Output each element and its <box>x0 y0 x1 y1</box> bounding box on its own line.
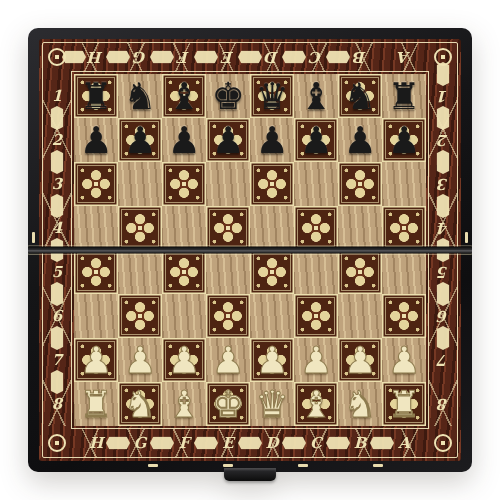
square-f4[interactable] <box>162 206 206 250</box>
square-h3[interactable] <box>74 162 118 206</box>
square-d6[interactable] <box>250 294 294 338</box>
black-bishop: ♝ <box>162 74 206 118</box>
black-pawn: ♟ <box>382 118 426 162</box>
square-a6[interactable] <box>382 294 426 338</box>
rank-label: 6 <box>429 294 457 338</box>
square-d7[interactable]: ♟ <box>250 338 294 382</box>
square-b3[interactable] <box>338 162 382 206</box>
corner-ring-icon <box>434 48 452 66</box>
square-c6[interactable] <box>294 294 338 338</box>
square-g2[interactable]: ♟ <box>118 118 162 162</box>
rank-label: 4 <box>429 206 457 250</box>
square-h6[interactable] <box>74 294 118 338</box>
file-label: F <box>162 429 206 457</box>
square-e7[interactable]: ♟ <box>206 338 250 382</box>
square-g7[interactable]: ♟ <box>118 338 162 382</box>
square-d2[interactable]: ♟ <box>250 118 294 162</box>
square-a7[interactable]: ♟ <box>382 338 426 382</box>
square-f2[interactable]: ♟ <box>162 118 206 162</box>
square-h2[interactable]: ♟ <box>74 118 118 162</box>
black-knight: ♞ <box>118 74 162 118</box>
white-pawn: ♟ <box>382 338 426 382</box>
rank-label: 8 <box>429 382 457 426</box>
rank-label: 1 <box>429 74 457 118</box>
black-pawn: ♟ <box>74 118 118 162</box>
file-label: F <box>162 43 206 71</box>
square-e8[interactable]: ♚ <box>206 382 250 426</box>
square-e3[interactable] <box>206 162 250 206</box>
square-b8[interactable]: ♞ <box>338 382 382 426</box>
board-face: HGFEDCBA HGFEDCBA 12345678 12345678 ♜♞♝♚… <box>39 39 461 461</box>
square-g5[interactable] <box>118 250 162 294</box>
white-pawn: ♟ <box>250 338 294 382</box>
square-b1[interactable]: ♞ <box>338 74 382 118</box>
hinge-knuckle <box>32 232 35 243</box>
square-b2[interactable]: ♟ <box>338 118 382 162</box>
rank-label: 5 <box>43 250 71 294</box>
file-labels-top: HGFEDCBA <box>74 43 426 71</box>
file-label: B <box>338 43 382 71</box>
rank-label: 5 <box>429 250 457 294</box>
square-g3[interactable] <box>118 162 162 206</box>
square-c5[interactable] <box>294 250 338 294</box>
white-pawn: ♟ <box>338 338 382 382</box>
square-a4[interactable] <box>382 206 426 250</box>
product-photo-canvas: HGFEDCBA HGFEDCBA 12345678 12345678 ♜♞♝♚… <box>0 0 500 500</box>
white-queen: ♛ <box>250 382 294 426</box>
white-pawn: ♟ <box>74 338 118 382</box>
square-g4[interactable] <box>118 206 162 250</box>
white-rook: ♜ <box>382 382 426 426</box>
square-a3[interactable] <box>382 162 426 206</box>
black-knight: ♞ <box>338 74 382 118</box>
square-f7[interactable]: ♟ <box>162 338 206 382</box>
rank-label: 1 <box>43 74 71 118</box>
square-c1[interactable]: ♝ <box>294 74 338 118</box>
white-bishop: ♝ <box>162 382 206 426</box>
rank-label: 2 <box>429 118 457 162</box>
file-label: D <box>250 43 294 71</box>
white-bishop: ♝ <box>294 382 338 426</box>
chess-board-frame: HGFEDCBA HGFEDCBA 12345678 12345678 ♜♞♝♚… <box>28 28 472 472</box>
corner-ring-icon <box>48 48 66 66</box>
square-a1[interactable]: ♜ <box>382 74 426 118</box>
square-b6[interactable] <box>338 294 382 338</box>
square-b5[interactable] <box>338 250 382 294</box>
square-d3[interactable] <box>250 162 294 206</box>
square-e5[interactable] <box>206 250 250 294</box>
file-label: E <box>206 429 250 457</box>
file-label: A <box>382 43 426 71</box>
black-pawn: ♟ <box>206 118 250 162</box>
square-c2[interactable]: ♟ <box>294 118 338 162</box>
square-e4[interactable] <box>206 206 250 250</box>
file-label: H <box>74 43 118 71</box>
square-f1[interactable]: ♝ <box>162 74 206 118</box>
frame-tick <box>148 464 158 467</box>
square-c4[interactable] <box>294 206 338 250</box>
black-pawn: ♟ <box>338 118 382 162</box>
rank-label: 3 <box>43 162 71 206</box>
square-d5[interactable] <box>250 250 294 294</box>
square-b4[interactable] <box>338 206 382 250</box>
square-c8[interactable]: ♝ <box>294 382 338 426</box>
square-g1[interactable]: ♞ <box>118 74 162 118</box>
black-rook: ♜ <box>382 74 426 118</box>
square-b7[interactable]: ♟ <box>338 338 382 382</box>
hinge-knuckle <box>465 232 468 243</box>
file-label: A <box>382 429 426 457</box>
square-f5[interactable] <box>162 250 206 294</box>
clasp-latch[interactable] <box>224 468 276 481</box>
rank-label: 6 <box>43 294 71 338</box>
rank-label: 7 <box>429 338 457 382</box>
square-f8[interactable]: ♝ <box>162 382 206 426</box>
square-h4[interactable] <box>74 206 118 250</box>
white-pawn: ♟ <box>294 338 338 382</box>
file-label: E <box>206 43 250 71</box>
rank-label: 8 <box>43 382 71 426</box>
file-label: B <box>338 429 382 457</box>
white-knight: ♞ <box>118 382 162 426</box>
white-pawn: ♟ <box>118 338 162 382</box>
hinge-seam <box>28 247 472 254</box>
square-d4[interactable] <box>250 206 294 250</box>
folding-chess-set: HGFEDCBA HGFEDCBA 12345678 12345678 ♜♞♝♚… <box>28 28 472 472</box>
rank-label: 4 <box>43 206 71 250</box>
black-pawn: ♟ <box>294 118 338 162</box>
square-c3[interactable] <box>294 162 338 206</box>
square-c7[interactable]: ♟ <box>294 338 338 382</box>
white-pawn: ♟ <box>162 338 206 382</box>
file-label: C <box>294 43 338 71</box>
square-h1[interactable]: ♜ <box>74 74 118 118</box>
white-knight: ♞ <box>338 382 382 426</box>
file-label: G <box>118 43 162 71</box>
rank-label: 7 <box>43 338 71 382</box>
square-e1[interactable]: ♚ <box>206 74 250 118</box>
corner-ring-icon <box>434 434 452 452</box>
file-label: H <box>74 429 118 457</box>
file-label: G <box>118 429 162 457</box>
square-a2[interactable]: ♟ <box>382 118 426 162</box>
file-labels-bottom: HGFEDCBA <box>74 429 426 457</box>
white-pawn: ♟ <box>206 338 250 382</box>
square-f3[interactable] <box>162 162 206 206</box>
black-pawn: ♟ <box>250 118 294 162</box>
frame-tick <box>373 464 383 467</box>
square-h8[interactable]: ♜ <box>74 382 118 426</box>
black-pawn: ♟ <box>118 118 162 162</box>
frame-tick <box>223 464 233 467</box>
rank-label: 3 <box>429 162 457 206</box>
square-f6[interactable] <box>162 294 206 338</box>
square-a8[interactable]: ♜ <box>382 382 426 426</box>
corner-ring-icon <box>48 434 66 452</box>
frame-tick <box>298 464 308 467</box>
black-pawn: ♟ <box>162 118 206 162</box>
white-rook: ♜ <box>74 382 118 426</box>
file-label: C <box>294 429 338 457</box>
square-e2[interactable]: ♟ <box>206 118 250 162</box>
square-a5[interactable] <box>382 250 426 294</box>
square-h7[interactable]: ♟ <box>74 338 118 382</box>
black-bishop: ♝ <box>294 74 338 118</box>
square-h5[interactable] <box>74 250 118 294</box>
square-e6[interactable] <box>206 294 250 338</box>
file-label: D <box>250 429 294 457</box>
rank-label: 2 <box>43 118 71 162</box>
black-rook: ♜ <box>74 74 118 118</box>
square-g6[interactable] <box>118 294 162 338</box>
white-king: ♚ <box>206 382 250 426</box>
square-g8[interactable]: ♞ <box>118 382 162 426</box>
black-king: ♚ <box>206 74 250 118</box>
square-d1[interactable]: ♛ <box>250 74 294 118</box>
square-d8[interactable]: ♛ <box>250 382 294 426</box>
black-queen: ♛ <box>250 74 294 118</box>
